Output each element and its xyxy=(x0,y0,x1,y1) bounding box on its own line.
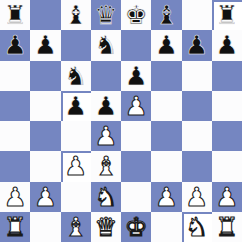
piece-white-knight: ♞ xyxy=(94,184,117,210)
square-h2[interactable]: ♟ xyxy=(212,182,242,212)
square-h5[interactable] xyxy=(212,91,242,121)
square-c6[interactable]: ♞ xyxy=(61,61,91,91)
piece-white-bishop: ♝ xyxy=(64,214,87,240)
piece-white-bishop: ♝ xyxy=(94,153,117,179)
square-c2[interactable] xyxy=(61,182,91,212)
square-d1[interactable]: ♛ xyxy=(91,212,121,242)
square-a1[interactable]: ♜ xyxy=(0,212,30,242)
square-g1[interactable]: ♞ xyxy=(182,212,212,242)
square-a3[interactable] xyxy=(0,151,30,181)
square-g5[interactable] xyxy=(182,91,212,121)
square-d5[interactable]: ♟ xyxy=(91,91,121,121)
square-g7[interactable]: ♟ xyxy=(182,30,212,60)
piece-black-pawn: ♟ xyxy=(34,32,57,58)
square-g2[interactable]: ♟ xyxy=(182,182,212,212)
square-c4[interactable] xyxy=(61,121,91,151)
square-e7[interactable] xyxy=(121,30,151,60)
square-d2[interactable]: ♞ xyxy=(91,182,121,212)
square-e1[interactable]: ♚ xyxy=(121,212,151,242)
piece-black-pawn: ♟ xyxy=(3,32,26,58)
piece-white-rook: ♜ xyxy=(215,214,238,240)
square-d6[interactable] xyxy=(91,61,121,91)
piece-white-pawn: ♟ xyxy=(215,184,238,210)
piece-black-pawn: ♟ xyxy=(155,32,178,58)
piece-black-knight: ♞ xyxy=(94,32,117,58)
square-h6[interactable] xyxy=(212,61,242,91)
piece-white-king: ♚ xyxy=(124,214,147,240)
square-c5[interactable]: ♟ xyxy=(61,91,91,121)
piece-black-pawn: ♟ xyxy=(94,93,117,119)
square-a6[interactable] xyxy=(0,61,30,91)
square-b7[interactable]: ♟ xyxy=(30,30,60,60)
piece-black-pawn: ♟ xyxy=(185,32,208,58)
piece-black-rook: ♜ xyxy=(215,2,238,28)
square-f6[interactable] xyxy=(151,61,181,91)
square-c8[interactable]: ♝ xyxy=(61,0,91,30)
piece-black-bishop: ♝ xyxy=(64,2,87,28)
square-b2[interactable]: ♟ xyxy=(30,182,60,212)
piece-black-bishop: ♝ xyxy=(155,2,178,28)
square-a8[interactable]: ♜ xyxy=(0,0,30,30)
square-h3[interactable] xyxy=(212,151,242,181)
square-f3[interactable] xyxy=(151,151,181,181)
square-b5[interactable] xyxy=(30,91,60,121)
square-g8[interactable] xyxy=(182,0,212,30)
square-f4[interactable] xyxy=(151,121,181,151)
piece-black-pawn: ♟ xyxy=(124,63,147,89)
square-b3[interactable] xyxy=(30,151,60,181)
square-b1[interactable] xyxy=(30,212,60,242)
square-g6[interactable] xyxy=(182,61,212,91)
square-e2[interactable] xyxy=(121,182,151,212)
square-d4[interactable]: ♟ xyxy=(91,121,121,151)
square-a5[interactable] xyxy=(0,91,30,121)
square-b4[interactable] xyxy=(30,121,60,151)
piece-white-knight: ♞ xyxy=(185,214,208,240)
piece-white-pawn: ♟ xyxy=(124,93,147,119)
piece-black-knight: ♞ xyxy=(64,63,87,89)
square-a7[interactable]: ♟ xyxy=(0,30,30,60)
square-f2[interactable]: ♟ xyxy=(151,182,181,212)
piece-black-rook: ♜ xyxy=(3,2,26,28)
square-e8[interactable]: ♚ xyxy=(121,0,151,30)
piece-white-queen: ♛ xyxy=(94,214,117,240)
piece-black-pawn: ♟ xyxy=(64,93,87,119)
piece-white-pawn: ♟ xyxy=(94,123,117,149)
piece-black-pawn: ♟ xyxy=(215,32,238,58)
piece-white-pawn: ♟ xyxy=(64,153,87,179)
piece-white-pawn: ♟ xyxy=(185,184,208,210)
square-c7[interactable] xyxy=(61,30,91,60)
square-f8[interactable]: ♝ xyxy=(151,0,181,30)
piece-white-pawn: ♟ xyxy=(155,184,178,210)
chess-board: ♜♝♛♚♝♜♟♟♞♟♟♟♞♟♟♟♟♟♟♝♟♟♞♟♟♟♜♝♛♚♞♜ xyxy=(0,0,242,242)
square-g3[interactable] xyxy=(182,151,212,181)
square-h8[interactable]: ♜ xyxy=(212,0,242,30)
piece-white-rook: ♜ xyxy=(3,214,26,240)
square-d8[interactable]: ♛ xyxy=(91,0,121,30)
square-f5[interactable] xyxy=(151,91,181,121)
square-g4[interactable] xyxy=(182,121,212,151)
piece-black-queen: ♛ xyxy=(94,2,117,28)
square-h4[interactable] xyxy=(212,121,242,151)
square-f1[interactable] xyxy=(151,212,181,242)
square-e4[interactable] xyxy=(121,121,151,151)
square-e3[interactable] xyxy=(121,151,151,181)
square-c1[interactable]: ♝ xyxy=(61,212,91,242)
square-a4[interactable] xyxy=(0,121,30,151)
square-e5[interactable]: ♟ xyxy=(121,91,151,121)
square-e6[interactable]: ♟ xyxy=(121,61,151,91)
square-b8[interactable] xyxy=(30,0,60,30)
square-a2[interactable]: ♟ xyxy=(0,182,30,212)
square-f7[interactable]: ♟ xyxy=(151,30,181,60)
square-d7[interactable]: ♞ xyxy=(91,30,121,60)
square-d3[interactable]: ♝ xyxy=(91,151,121,181)
piece-white-pawn: ♟ xyxy=(3,184,26,210)
piece-white-pawn: ♟ xyxy=(34,184,57,210)
piece-black-king: ♚ xyxy=(124,2,147,28)
square-h7[interactable]: ♟ xyxy=(212,30,242,60)
square-h1[interactable]: ♜ xyxy=(212,212,242,242)
square-c3[interactable]: ♟ xyxy=(61,151,91,181)
square-b6[interactable] xyxy=(30,61,60,91)
